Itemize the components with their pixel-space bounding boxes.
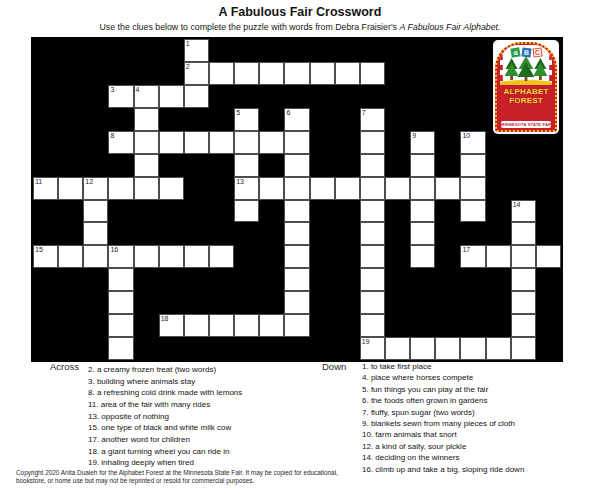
cell-r11c0 — [33, 291, 58, 314]
cell-r4c7[interactable] — [209, 131, 234, 154]
down-clue: 10. farm animals that snort — [362, 429, 524, 440]
cell-r1c13[interactable] — [360, 62, 385, 85]
cell-r11c10[interactable] — [284, 291, 309, 314]
cell-r8c10[interactable] — [284, 222, 309, 245]
cell-r0c16 — [435, 39, 460, 62]
cell-r9c6[interactable] — [184, 245, 209, 268]
cell-r4c12 — [335, 131, 360, 154]
cell-r10c19[interactable] — [511, 268, 536, 291]
cell-r12c16 — [435, 314, 460, 337]
logo-text-alphabet: ALPHABET — [497, 87, 555, 96]
across-clue-list: 2. a creamy frozen treat (two words)3. b… — [88, 364, 242, 469]
clue-number-16: 16 — [110, 246, 118, 254]
cell-r8c6 — [184, 222, 209, 245]
cell-r13c16[interactable] — [435, 337, 460, 360]
cell-r5c17[interactable] — [460, 154, 485, 177]
cell-r6c19 — [511, 177, 536, 200]
cell-r10c3[interactable] — [108, 268, 133, 291]
cell-r2c14 — [385, 85, 410, 108]
cell-r0c0 — [33, 39, 58, 62]
cell-r13c14[interactable] — [385, 337, 410, 360]
cell-r1c12[interactable] — [335, 62, 360, 85]
cell-r11c15 — [410, 291, 435, 314]
clue-number-11: 11 — [35, 178, 42, 186]
cell-r13c18[interactable] — [486, 337, 511, 360]
cell-r1c8[interactable] — [234, 62, 259, 85]
cell-r8c11 — [310, 222, 335, 245]
cell-r13c0 — [33, 337, 58, 360]
cell-r7c2[interactable] — [83, 200, 108, 223]
cell-r2c3[interactable]: 3 — [108, 85, 133, 108]
cell-r2c5[interactable] — [159, 85, 184, 108]
cell-r13c4 — [134, 337, 159, 360]
down-clue: 9. blankets sewn from many pieces of clo… — [362, 418, 524, 429]
cell-r6c4[interactable] — [134, 177, 159, 200]
cell-r0c9 — [259, 39, 284, 62]
cell-r10c16 — [435, 268, 460, 291]
cell-r2c4[interactable]: 4 — [134, 85, 159, 108]
cell-r6c17[interactable] — [460, 177, 485, 200]
cell-r6c10[interactable] — [284, 177, 309, 200]
clue-number-14: 14 — [513, 201, 521, 209]
cell-r7c5 — [159, 200, 184, 223]
cell-r10c15 — [410, 268, 435, 291]
cell-r9c19[interactable] — [511, 245, 536, 268]
block-c-icon: C — [532, 47, 542, 57]
crossword-worksheet: A Fabulous Fair Crossword Use the clues … — [0, 0, 600, 494]
cell-r12c1 — [58, 314, 83, 337]
cell-r0c13 — [360, 39, 385, 62]
cell-r4c6[interactable] — [184, 131, 209, 154]
cell-r7c20 — [536, 200, 561, 223]
across-clue: 19. inhaling deeply when tired — [88, 457, 242, 469]
cell-r13c10 — [284, 337, 309, 360]
cell-r8c16 — [435, 222, 460, 245]
cell-r8c2[interactable] — [83, 222, 108, 245]
across-clue: 15. one type of black and white milk cow — [88, 422, 242, 434]
cell-r4c10[interactable] — [284, 131, 309, 154]
clue-number-4: 4 — [136, 86, 140, 94]
cell-r5c16 — [435, 154, 460, 177]
cell-r0c3 — [108, 39, 133, 62]
cell-r11c5 — [159, 291, 184, 314]
cell-r10c18 — [486, 268, 511, 291]
cell-r2c6[interactable] — [184, 85, 209, 108]
cell-r7c10[interactable] — [284, 200, 309, 223]
cell-r0c1 — [58, 39, 83, 62]
cell-r3c10[interactable]: 6 — [284, 108, 309, 131]
cell-r13c7 — [209, 337, 234, 360]
cell-r7c0 — [33, 200, 58, 223]
cell-r12c14 — [385, 314, 410, 337]
cell-r12c6[interactable] — [184, 314, 209, 337]
cell-r11c4 — [134, 291, 159, 314]
clue-number-18: 18 — [161, 315, 169, 323]
block-a-icon: a — [510, 47, 520, 57]
cell-r3c5 — [159, 108, 184, 131]
cell-r1c11[interactable] — [310, 62, 335, 85]
cell-r8c9 — [259, 222, 284, 245]
cell-r4c14 — [385, 131, 410, 154]
cell-r3c8[interactable]: 5 — [234, 108, 259, 131]
cell-r7c4 — [134, 200, 159, 223]
cell-r12c11 — [310, 314, 335, 337]
cell-r13c17[interactable] — [460, 337, 485, 360]
cell-r10c11 — [310, 268, 335, 291]
cell-r5c0 — [33, 154, 58, 177]
cell-r5c4[interactable] — [134, 154, 159, 177]
cell-r1c3 — [108, 62, 133, 85]
cell-r7c14 — [385, 200, 410, 223]
cell-r2c16 — [435, 85, 460, 108]
cell-r1c2 — [83, 62, 108, 85]
cell-r10c8 — [234, 268, 259, 291]
cell-r2c8 — [234, 85, 259, 108]
cell-r5c15[interactable] — [410, 154, 435, 177]
cell-r1c0 — [33, 62, 58, 85]
across-clue: 8. a refreshing cold drink made with lem… — [88, 387, 242, 399]
cell-r3c1 — [58, 108, 83, 131]
cell-r4c5[interactable] — [159, 131, 184, 154]
clue-number-13: 13 — [236, 178, 244, 186]
cell-r7c9 — [259, 200, 284, 223]
cell-r13c13[interactable]: 19 — [360, 337, 385, 360]
cell-r9c14 — [385, 245, 410, 268]
cell-r10c0 — [33, 268, 58, 291]
cell-r6c11[interactable] — [310, 177, 335, 200]
cell-r6c1[interactable] — [58, 177, 83, 200]
cell-r10c4 — [134, 268, 159, 291]
cell-r4c20 — [536, 131, 561, 154]
cell-r10c6 — [184, 268, 209, 291]
cell-r8c4 — [134, 222, 159, 245]
cell-r3c12 — [335, 108, 360, 131]
cell-r0c15 — [410, 39, 435, 62]
cell-r8c20 — [536, 222, 561, 245]
cell-r13c12 — [335, 337, 360, 360]
cell-r3c4[interactable] — [134, 108, 159, 131]
cell-r7c16 — [435, 200, 460, 223]
cell-r5c10[interactable] — [284, 154, 309, 177]
cell-r4c13[interactable] — [360, 131, 385, 154]
cell-r11c3[interactable] — [108, 291, 133, 314]
cell-r10c7 — [209, 268, 234, 291]
cell-r11c13[interactable] — [360, 291, 385, 314]
down-clue-list: 1. to take first place4. place where hor… — [362, 361, 524, 475]
cell-r9c15[interactable] — [410, 245, 435, 268]
cell-r12c8[interactable] — [234, 314, 259, 337]
cell-r6c2[interactable]: 12 — [83, 177, 108, 200]
cell-r12c5[interactable]: 18 — [159, 314, 184, 337]
cell-r13c8 — [234, 337, 259, 360]
cell-r4c18 — [486, 131, 511, 154]
cell-r5c2 — [83, 154, 108, 177]
cell-r11c18 — [486, 291, 511, 314]
down-clue: 16. climb up and take a big, sloping rid… — [362, 464, 524, 475]
down-clue: 12. a kind of salty, sour pickle — [362, 441, 524, 452]
cell-r12c10[interactable] — [284, 314, 309, 337]
cell-r8c3 — [108, 222, 133, 245]
clue-number-2: 2 — [186, 63, 190, 71]
cell-r2c9 — [259, 85, 284, 108]
cell-r8c17 — [460, 222, 485, 245]
cell-r13c20 — [536, 337, 561, 360]
cell-r6c5[interactable] — [159, 177, 184, 200]
cell-r10c1 — [58, 268, 83, 291]
block-b-icon: B — [521, 48, 531, 58]
across-clue: 17. another word for children — [88, 434, 242, 446]
cell-r2c7 — [209, 85, 234, 108]
cell-r4c19 — [511, 131, 536, 154]
cell-r12c18 — [486, 314, 511, 337]
cell-r0c2 — [83, 39, 108, 62]
cell-r1c14 — [385, 62, 410, 85]
cell-r4c9[interactable] — [259, 131, 284, 154]
cell-r10c20 — [536, 268, 561, 291]
cell-r0c7 — [209, 39, 234, 62]
cell-r9c16 — [435, 245, 460, 268]
across-header: Across — [50, 361, 79, 372]
logo-text-forest: FOREST — [497, 96, 555, 105]
cell-r9c2[interactable] — [83, 245, 108, 268]
cell-r13c5 — [159, 337, 184, 360]
cell-r1c16 — [435, 62, 460, 85]
clue-number-3: 3 — [110, 86, 114, 94]
cell-r5c1 — [58, 154, 83, 177]
cell-r7c15[interactable] — [410, 200, 435, 223]
cell-r6c16[interactable] — [435, 177, 460, 200]
cell-r9c11 — [310, 245, 335, 268]
cell-r4c3[interactable]: 8 — [108, 131, 133, 154]
clue-number-12: 12 — [85, 178, 93, 186]
cell-r4c8[interactable] — [234, 131, 259, 154]
cell-r4c17[interactable]: 10 — [460, 131, 485, 154]
cell-r6c13[interactable] — [360, 177, 385, 200]
cell-r8c15[interactable] — [410, 222, 435, 245]
cell-r8c13[interactable] — [360, 222, 385, 245]
cell-r10c10[interactable] — [284, 268, 309, 291]
across-clue: 2. a creamy frozen treat (two words) — [88, 364, 242, 376]
cell-r9c10[interactable] — [284, 245, 309, 268]
cell-r6c20 — [536, 177, 561, 200]
cell-r9c0[interactable]: 15 — [33, 245, 58, 268]
cell-r5c20 — [536, 154, 561, 177]
cell-r5c19 — [511, 154, 536, 177]
cell-r4c0 — [33, 131, 58, 154]
clue-number-7: 7 — [362, 109, 366, 117]
cell-r9c20[interactable] — [536, 245, 561, 268]
down-header: Down — [322, 361, 346, 372]
cell-r5c18 — [486, 154, 511, 177]
cell-r3c7 — [209, 108, 234, 131]
page-title: A Fabulous Fair Crossword — [0, 5, 600, 19]
logo-marquee-arch: a B C — [495, 42, 557, 132]
clue-number-15: 15 — [35, 246, 43, 254]
cell-r5c5 — [159, 154, 184, 177]
cell-r1c1 — [58, 62, 83, 85]
cell-r12c9[interactable] — [259, 314, 284, 337]
cell-r1c6[interactable]: 2 — [184, 62, 209, 85]
cell-r3c9 — [259, 108, 284, 131]
cell-r7c13[interactable] — [360, 200, 385, 223]
down-clue: 5. fun things you can play at the fair — [362, 384, 524, 395]
cell-r7c6 — [184, 200, 209, 223]
cell-r13c1 — [58, 337, 83, 360]
cell-r10c9 — [259, 268, 284, 291]
cell-r2c11 — [310, 85, 335, 108]
clue-number-19: 19 — [362, 338, 370, 346]
cell-r6c8[interactable]: 13 — [234, 177, 259, 200]
cell-r9c5[interactable] — [159, 245, 184, 268]
cell-r6c0[interactable]: 11 — [33, 177, 58, 200]
cell-r11c12 — [335, 291, 360, 314]
across-clue: 3. building where animals stay — [88, 376, 242, 388]
down-clue: 4. place where horses compete — [362, 372, 524, 383]
pine-trees-icon — [500, 55, 552, 81]
cell-r12c0 — [33, 314, 58, 337]
cell-r13c2 — [83, 337, 108, 360]
cell-r8c19[interactable] — [511, 222, 536, 245]
cell-r13c9 — [259, 337, 284, 360]
cell-r4c1 — [58, 131, 83, 154]
cell-r5c7 — [209, 154, 234, 177]
clue-number-1: 1 — [186, 40, 190, 48]
cell-r9c8 — [234, 245, 259, 268]
cell-r12c13[interactable] — [360, 314, 385, 337]
cell-r2c12 — [335, 85, 360, 108]
cell-r4c15[interactable]: 9 — [410, 131, 435, 154]
cell-r9c4[interactable] — [134, 245, 159, 268]
cell-r7c1 — [58, 200, 83, 223]
cell-r7c17[interactable] — [460, 200, 485, 223]
cell-r12c15 — [410, 314, 435, 337]
cell-r8c14 — [385, 222, 410, 245]
cell-r0c14 — [385, 39, 410, 62]
cell-r7c18 — [486, 200, 511, 223]
cell-r8c0 — [33, 222, 58, 245]
cell-r4c4[interactable] — [134, 131, 159, 154]
cell-r12c20 — [536, 314, 561, 337]
cell-r5c6 — [184, 154, 209, 177]
cell-r9c18[interactable] — [486, 245, 511, 268]
cell-r12c2 — [83, 314, 108, 337]
cell-r11c9 — [259, 291, 284, 314]
cell-r5c11 — [310, 154, 335, 177]
cell-r12c19[interactable] — [511, 314, 536, 337]
page-subtitle: Use the clues below to complete the puzz… — [0, 22, 600, 32]
cell-r1c4 — [134, 62, 159, 85]
cell-r7c8[interactable] — [234, 200, 259, 223]
cell-r3c16 — [435, 108, 460, 131]
logo-banner: ALPHABET FOREST — [497, 87, 555, 105]
clue-number-17: 17 — [462, 246, 470, 254]
alphabet-forest-logo: a B C — [493, 40, 559, 134]
across-clue: 18. a giant turning wheel you can ride i… — [88, 446, 242, 458]
cell-r3c2 — [83, 108, 108, 131]
down-clue: 14. deciding on the winners — [362, 452, 524, 463]
cell-r6c7 — [209, 177, 234, 200]
cell-r3c14 — [385, 108, 410, 131]
cell-r9c17[interactable]: 17 — [460, 245, 485, 268]
cell-r7c12 — [335, 200, 360, 223]
cell-r1c7[interactable] — [209, 62, 234, 85]
abc-blocks: a B C — [500, 45, 552, 57]
cell-r7c19[interactable]: 14 — [511, 200, 536, 223]
cell-r6c18 — [486, 177, 511, 200]
cell-r0c8 — [234, 39, 259, 62]
cell-r1c10[interactable] — [284, 62, 309, 85]
cell-r11c20 — [536, 291, 561, 314]
cell-r0c6[interactable]: 1 — [184, 39, 209, 62]
cell-r4c16 — [435, 131, 460, 154]
cell-r6c3[interactable] — [108, 177, 133, 200]
cell-r6c14[interactable] — [385, 177, 410, 200]
copyright-text: Copyright 2020 Anita Dualeh for the Alph… — [16, 469, 356, 484]
cell-r5c13[interactable] — [360, 154, 385, 177]
cell-r7c7 — [209, 200, 234, 223]
cell-r1c17 — [460, 62, 485, 85]
cell-r13c19[interactable] — [511, 337, 536, 360]
down-clue: 6. the foods often grown in gardens — [362, 395, 524, 406]
cell-r2c0 — [33, 85, 58, 108]
crossword-board: 12345678910111213141516171819 a B C — [31, 37, 563, 362]
cell-r9c1[interactable] — [58, 245, 83, 268]
cell-r8c12 — [335, 222, 360, 245]
cell-r1c5 — [159, 62, 184, 85]
cell-r8c8 — [234, 222, 259, 245]
cell-r3c11 — [310, 108, 335, 131]
cell-r5c12 — [335, 154, 360, 177]
cell-r13c15[interactable] — [410, 337, 435, 360]
cell-r0c17 — [460, 39, 485, 62]
cell-r10c13[interactable] — [360, 268, 385, 291]
cell-r10c17 — [460, 268, 485, 291]
across-clue: 11. area of the fair with many rides — [88, 399, 242, 411]
cell-r3c13[interactable]: 7 — [360, 108, 385, 131]
clue-number-5: 5 — [236, 109, 240, 117]
cell-r6c9[interactable] — [259, 177, 284, 200]
cell-r6c12[interactable] — [335, 177, 360, 200]
cell-r2c17 — [460, 85, 485, 108]
cell-r5c8[interactable] — [234, 154, 259, 177]
cell-r8c7 — [209, 222, 234, 245]
cell-r9c3[interactable]: 16 — [108, 245, 133, 268]
cell-r12c7[interactable] — [209, 314, 234, 337]
cell-r12c3[interactable] — [108, 314, 133, 337]
cell-r9c13[interactable] — [360, 245, 385, 268]
cell-r8c1 — [58, 222, 83, 245]
cell-r11c16 — [435, 291, 460, 314]
cell-r7c11 — [310, 200, 335, 223]
logo-forest-scene: a B C — [500, 45, 552, 85]
cell-r0c12 — [335, 39, 360, 62]
cell-r5c14 — [385, 154, 410, 177]
clue-number-6: 6 — [286, 109, 290, 117]
cell-r2c10 — [284, 85, 309, 108]
cell-r1c9[interactable] — [259, 62, 284, 85]
cell-r3c3 — [108, 108, 133, 131]
logo-text-minnesota-state-fair: MINNESOTA STATE FAIR — [501, 121, 551, 128]
cell-r12c4 — [134, 314, 159, 337]
cell-r13c11 — [310, 337, 335, 360]
cell-r13c3[interactable] — [108, 337, 133, 360]
subtitle-text: Use the clues below to complete the puzz… — [100, 22, 400, 32]
cell-r6c15[interactable] — [410, 177, 435, 200]
clue-number-8: 8 — [110, 132, 114, 140]
cell-r9c7[interactable] — [209, 245, 234, 268]
cell-r11c19[interactable] — [511, 291, 536, 314]
cell-r6c6 — [184, 177, 209, 200]
